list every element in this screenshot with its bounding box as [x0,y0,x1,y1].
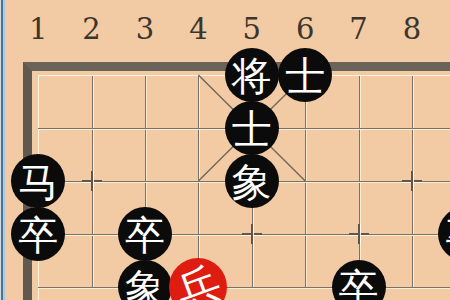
piece-black-advisor[interactable]: 士 [278,48,332,102]
point-marker-8-3 [402,171,422,191]
piece-black-soldier[interactable]: 卒 [11,207,65,261]
point-marker-5-4 [242,224,262,244]
piece-black-soldier[interactable]: 卒 [118,207,172,261]
piece-black-elephant[interactable]: 象 [225,154,279,208]
piece-black-soldier[interactable]: 卒 [332,260,386,300]
point-marker-7-4 [349,224,369,244]
piece-glyph: 卒 [18,215,58,255]
piece-glyph: 兵 [171,260,227,300]
point-marker-2-3 [82,171,102,191]
piece-black-advisor[interactable]: 士 [225,101,279,155]
piece-black-elephant[interactable]: 象 [118,260,172,300]
xiangqi-board-screenshot: 123456789 将士士马象卒卒卒象兵卒 [0,0,450,300]
piece-glyph: 卒 [445,215,450,255]
palace-diagonals [0,0,450,300]
piece-glyph: 士 [232,109,272,149]
piece-glyph: 将 [232,56,272,96]
piece-black-horse[interactable]: 马 [11,154,65,208]
piece-glyph: 卒 [339,268,379,300]
piece-glyph: 卒 [125,215,165,255]
piece-glyph: 马 [18,162,58,202]
piece-glyph: 士 [285,56,325,96]
piece-glyph: 象 [232,162,272,202]
piece-glyph: 象 [125,268,165,300]
piece-black-general[interactable]: 将 [225,48,279,102]
